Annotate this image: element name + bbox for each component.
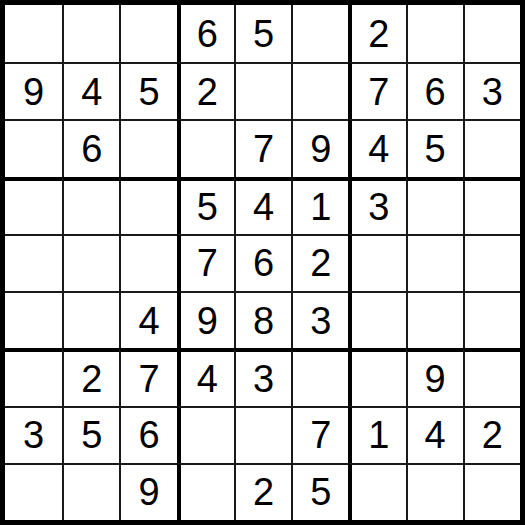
cell-r9c5[interactable]: 2	[234, 463, 291, 520]
cell-r5c7[interactable]	[348, 234, 405, 291]
cell-r9c7[interactable]	[348, 463, 405, 520]
cell-r1c5[interactable]: 5	[234, 5, 291, 62]
cell-r6c2[interactable]	[62, 291, 119, 348]
cell-r2c5[interactable]	[234, 62, 291, 119]
cell-r9c6[interactable]: 5	[291, 463, 348, 520]
cell-r8c5[interactable]	[234, 406, 291, 463]
cell-r4c1[interactable]	[5, 177, 62, 234]
cell-r3c1[interactable]	[5, 119, 62, 176]
cell-r4c3[interactable]	[119, 177, 176, 234]
cell-r2c4[interactable]: 2	[177, 62, 234, 119]
cell-r8c3[interactable]: 6	[119, 406, 176, 463]
cell-r1c1[interactable]	[5, 5, 62, 62]
cell-r1c3[interactable]	[119, 5, 176, 62]
cell-r8c9[interactable]: 2	[463, 406, 520, 463]
cell-r8c7[interactable]: 1	[348, 406, 405, 463]
cell-r7c1[interactable]	[5, 348, 62, 405]
cell-r5c5[interactable]: 6	[234, 234, 291, 291]
cell-r2c7[interactable]: 7	[348, 62, 405, 119]
cell-r4c9[interactable]	[463, 177, 520, 234]
cell-r4c4[interactable]: 5	[177, 177, 234, 234]
cell-r6c4[interactable]: 9	[177, 291, 234, 348]
cell-r7c8[interactable]: 9	[406, 348, 463, 405]
cell-r1c8[interactable]	[406, 5, 463, 62]
cell-r7c7[interactable]	[348, 348, 405, 405]
cell-r5c8[interactable]	[406, 234, 463, 291]
cell-r1c7[interactable]: 2	[348, 5, 405, 62]
cell-r3c7[interactable]: 4	[348, 119, 405, 176]
cell-r6c6[interactable]: 3	[291, 291, 348, 348]
cell-r8c8[interactable]: 4	[406, 406, 463, 463]
cell-r1c2[interactable]	[62, 5, 119, 62]
cell-r1c9[interactable]	[463, 5, 520, 62]
cell-r7c9[interactable]	[463, 348, 520, 405]
cell-r4c2[interactable]	[62, 177, 119, 234]
cell-r2c1[interactable]: 9	[5, 62, 62, 119]
cell-r3c8[interactable]: 5	[406, 119, 463, 176]
cell-r8c4[interactable]	[177, 406, 234, 463]
cell-r8c1[interactable]: 3	[5, 406, 62, 463]
cell-r7c5[interactable]: 3	[234, 348, 291, 405]
cell-r1c6[interactable]	[291, 5, 348, 62]
cell-r3c4[interactable]	[177, 119, 234, 176]
cell-r5c9[interactable]	[463, 234, 520, 291]
cell-r2c8[interactable]: 6	[406, 62, 463, 119]
cell-r3c6[interactable]: 9	[291, 119, 348, 176]
cell-r6c1[interactable]	[5, 291, 62, 348]
cell-r3c5[interactable]: 7	[234, 119, 291, 176]
cell-r5c3[interactable]	[119, 234, 176, 291]
cell-r3c3[interactable]	[119, 119, 176, 176]
cell-r6c3[interactable]: 4	[119, 291, 176, 348]
cell-r4c7[interactable]: 3	[348, 177, 405, 234]
cell-r8c2[interactable]: 5	[62, 406, 119, 463]
cell-r6c8[interactable]	[406, 291, 463, 348]
cell-r6c5[interactable]: 8	[234, 291, 291, 348]
cell-r2c3[interactable]: 5	[119, 62, 176, 119]
cell-r9c4[interactable]	[177, 463, 234, 520]
cell-r2c9[interactable]: 3	[463, 62, 520, 119]
cell-r6c7[interactable]	[348, 291, 405, 348]
cell-r5c1[interactable]	[5, 234, 62, 291]
cell-r2c2[interactable]: 4	[62, 62, 119, 119]
cell-r5c2[interactable]	[62, 234, 119, 291]
cell-r8c6[interactable]: 7	[291, 406, 348, 463]
cell-r5c6[interactable]: 2	[291, 234, 348, 291]
cell-r7c4[interactable]: 4	[177, 348, 234, 405]
cell-r9c9[interactable]	[463, 463, 520, 520]
cell-r7c6[interactable]	[291, 348, 348, 405]
cell-r5c4[interactable]: 7	[177, 234, 234, 291]
cell-r7c2[interactable]: 2	[62, 348, 119, 405]
cell-r7c3[interactable]: 7	[119, 348, 176, 405]
cell-r4c5[interactable]: 4	[234, 177, 291, 234]
cell-r4c6[interactable]: 1	[291, 177, 348, 234]
sudoku-board: 6529452763679455413762498327439356714292…	[0, 0, 525, 525]
cell-r3c2[interactable]: 6	[62, 119, 119, 176]
sudoku-puzzle: 6529452763679455413762498327439356714292…	[0, 0, 525, 525]
cell-r9c2[interactable]	[62, 463, 119, 520]
cell-r4c8[interactable]	[406, 177, 463, 234]
cell-r9c1[interactable]	[5, 463, 62, 520]
cell-r6c9[interactable]	[463, 291, 520, 348]
cell-r2c6[interactable]	[291, 62, 348, 119]
cell-r9c8[interactable]	[406, 463, 463, 520]
cell-r9c3[interactable]: 9	[119, 463, 176, 520]
cell-r1c4[interactable]: 6	[177, 5, 234, 62]
cell-r3c9[interactable]	[463, 119, 520, 176]
